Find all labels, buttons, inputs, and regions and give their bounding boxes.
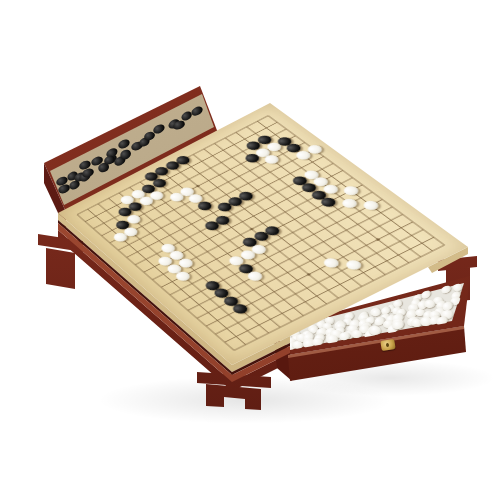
- drawer-white-stone: [351, 330, 362, 338]
- drawer-white-stone: [292, 340, 304, 349]
- tray-black-stone: [152, 123, 166, 136]
- drawer-white-stone: [392, 321, 404, 331]
- drawer-white-stone: [369, 326, 382, 335]
- drawer-white-stone: [424, 300, 435, 308]
- latch-keyhole: [386, 343, 390, 347]
- tray-black-stone: [190, 105, 205, 118]
- go-table-photo: [0, 0, 500, 500]
